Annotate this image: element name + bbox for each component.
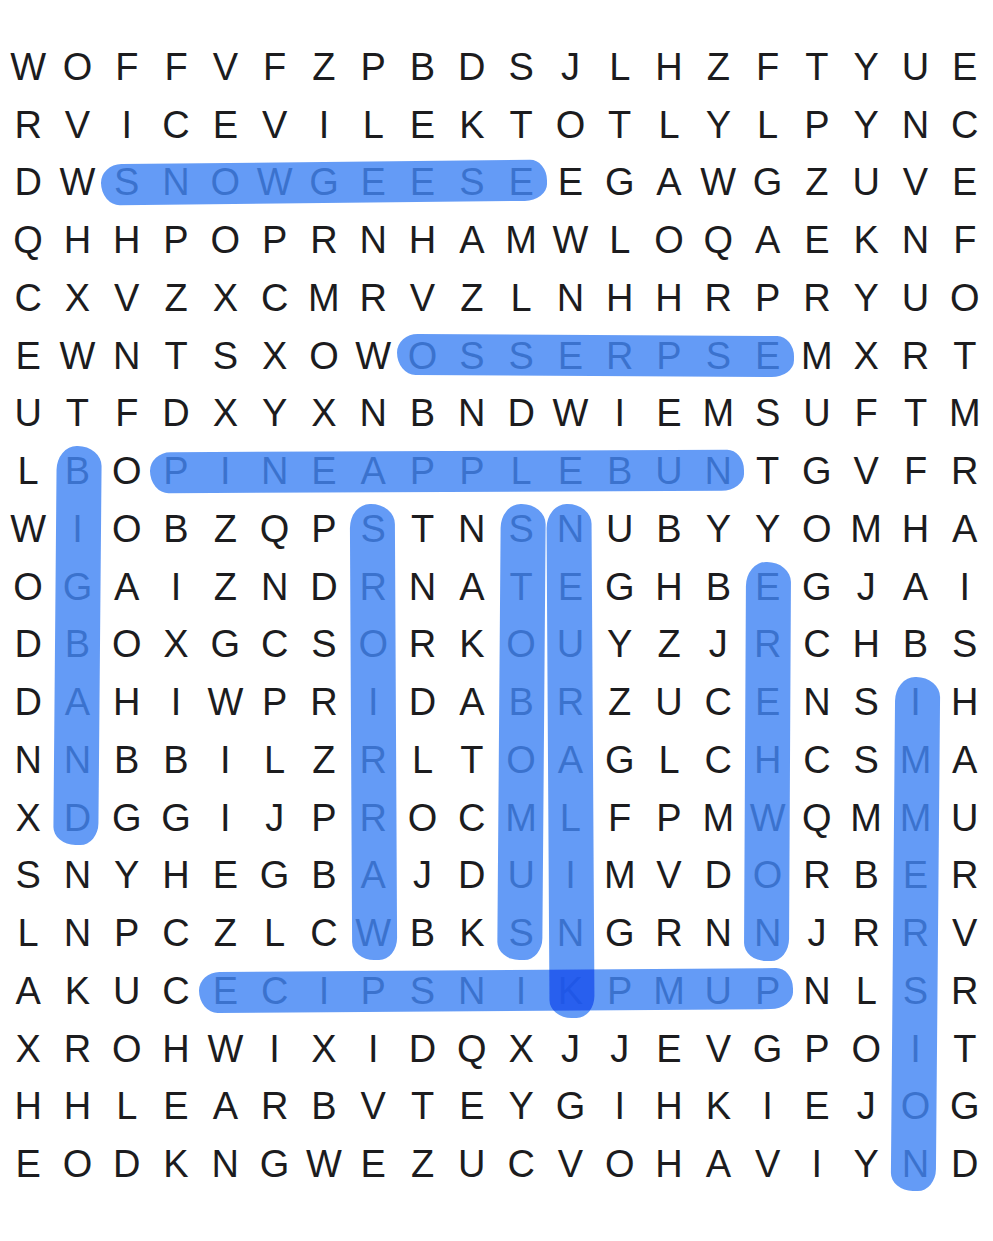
grid-cell[interactable]: V (694, 1020, 743, 1078)
grid-cell[interactable]: M (694, 385, 743, 443)
grid-cell[interactable]: E (743, 327, 792, 385)
grid-cell[interactable]: W (4, 38, 53, 96)
grid-cell[interactable]: S (447, 154, 496, 212)
grid-cell[interactable]: T (891, 385, 940, 443)
grid-cell[interactable]: J (546, 38, 595, 96)
grid-cell[interactable]: X (151, 616, 200, 674)
grid-cell[interactable]: K (546, 962, 595, 1020)
grid-cell[interactable]: B (299, 1078, 348, 1136)
grid-cell[interactable]: L (398, 731, 447, 789)
grid-cell[interactable]: E (644, 1020, 693, 1078)
grid-cell[interactable]: F (102, 38, 151, 96)
grid-cell[interactable]: L (349, 96, 398, 154)
grid-cell[interactable]: R (349, 558, 398, 616)
grid-cell[interactable]: P (151, 442, 200, 500)
grid-cell[interactable]: Y (694, 96, 743, 154)
grid-cell[interactable]: H (151, 847, 200, 905)
grid-cell[interactable]: O (940, 269, 989, 327)
grid-cell[interactable]: C (151, 904, 200, 962)
grid-cell[interactable]: P (102, 904, 151, 962)
grid-cell[interactable]: A (102, 558, 151, 616)
grid-cell[interactable]: L (4, 904, 53, 962)
grid-cell[interactable]: Z (644, 616, 693, 674)
grid-cell[interactable]: F (151, 38, 200, 96)
grid-cell[interactable]: I (102, 96, 151, 154)
grid-cell[interactable]: R (53, 1020, 102, 1078)
grid-cell[interactable]: L (250, 731, 299, 789)
grid-cell[interactable]: M (496, 211, 545, 269)
grid-cell[interactable]: T (447, 731, 496, 789)
grid-cell[interactable]: W (4, 500, 53, 558)
grid-cell[interactable]: G (743, 1020, 792, 1078)
grid-cell[interactable]: L (595, 211, 644, 269)
grid-cell[interactable]: K (447, 904, 496, 962)
grid-cell[interactable]: S (842, 673, 891, 731)
grid-cell[interactable]: V (349, 1078, 398, 1136)
grid-cell[interactable]: H (743, 731, 792, 789)
grid-cell[interactable]: D (4, 154, 53, 212)
grid-cell[interactable]: A (743, 211, 792, 269)
grid-cell[interactable]: D (53, 789, 102, 847)
grid-cell[interactable]: Y (102, 847, 151, 905)
grid-cell[interactable]: Y (842, 1135, 891, 1193)
grid-cell[interactable]: R (940, 442, 989, 500)
grid-cell[interactable]: O (644, 211, 693, 269)
grid-cell[interactable]: O (102, 616, 151, 674)
grid-cell[interactable]: W (546, 385, 595, 443)
grid-cell[interactable]: G (250, 1135, 299, 1193)
grid-cell[interactable]: F (940, 211, 989, 269)
grid-cell[interactable]: E (398, 96, 447, 154)
grid-cell[interactable]: A (349, 442, 398, 500)
grid-cell[interactable]: O (299, 327, 348, 385)
grid-cell[interactable]: E (891, 847, 940, 905)
grid-cell[interactable]: S (102, 154, 151, 212)
grid-cell[interactable]: X (4, 1020, 53, 1078)
grid-cell[interactable]: K (694, 1078, 743, 1136)
grid-cell[interactable]: S (299, 616, 348, 674)
grid-cell[interactable]: S (743, 385, 792, 443)
grid-cell[interactable]: L (842, 962, 891, 1020)
grid-cell[interactable]: Z (398, 1135, 447, 1193)
grid-cell[interactable]: P (250, 673, 299, 731)
grid-cell[interactable]: P (349, 38, 398, 96)
grid-cell[interactable]: R (644, 904, 693, 962)
grid-cell[interactable]: A (4, 962, 53, 1020)
grid-cell[interactable]: R (792, 269, 841, 327)
grid-cell[interactable]: L (496, 269, 545, 327)
grid-cell[interactable]: L (496, 442, 545, 500)
grid-cell[interactable]: E (201, 962, 250, 1020)
grid-cell[interactable]: K (151, 1135, 200, 1193)
grid-cell[interactable]: O (201, 154, 250, 212)
grid-cell[interactable]: N (53, 847, 102, 905)
grid-cell[interactable]: L (644, 731, 693, 789)
grid-cell[interactable]: R (398, 616, 447, 674)
grid-cell[interactable]: P (447, 442, 496, 500)
grid-cell[interactable]: O (102, 500, 151, 558)
grid-cell[interactable]: I (792, 1135, 841, 1193)
grid-cell[interactable]: A (644, 154, 693, 212)
grid-cell[interactable]: C (496, 1135, 545, 1193)
grid-cell[interactable]: N (250, 442, 299, 500)
grid-cell[interactable]: W (201, 673, 250, 731)
grid-cell[interactable]: X (201, 269, 250, 327)
grid-cell[interactable]: Z (792, 154, 841, 212)
grid-cell[interactable]: R (4, 96, 53, 154)
grid-cell[interactable]: A (447, 558, 496, 616)
grid-cell[interactable]: I (891, 1020, 940, 1078)
grid-cell[interactable]: B (398, 904, 447, 962)
grid-cell[interactable]: R (891, 904, 940, 962)
grid-cell[interactable]: W (53, 327, 102, 385)
grid-cell[interactable]: R (940, 847, 989, 905)
grid-cell[interactable]: C (694, 673, 743, 731)
grid-cell[interactable]: D (4, 616, 53, 674)
grid-cell[interactable]: Q (250, 500, 299, 558)
grid-cell[interactable]: W (250, 154, 299, 212)
grid-cell[interactable]: G (743, 154, 792, 212)
grid-cell[interactable]: F (842, 385, 891, 443)
grid-cell[interactable]: U (447, 1135, 496, 1193)
grid-cell[interactable]: J (842, 558, 891, 616)
grid-cell[interactable]: X (250, 327, 299, 385)
grid-cell[interactable]: C (250, 962, 299, 1020)
grid-cell[interactable]: O (102, 1020, 151, 1078)
grid-cell[interactable]: Y (842, 38, 891, 96)
grid-cell[interactable]: B (842, 847, 891, 905)
grid-cell[interactable]: Z (694, 38, 743, 96)
grid-cell[interactable]: I (595, 1078, 644, 1136)
grid-cell[interactable]: D (299, 558, 348, 616)
grid-cell[interactable]: E (546, 558, 595, 616)
grid-cell[interactable]: C (940, 96, 989, 154)
grid-cell[interactable]: R (694, 269, 743, 327)
grid-cell[interactable]: O (53, 38, 102, 96)
grid-cell[interactable]: O (842, 1020, 891, 1078)
grid-cell[interactable]: Q (694, 211, 743, 269)
grid-cell[interactable]: I (940, 558, 989, 616)
grid-cell[interactable]: S (496, 904, 545, 962)
grid-cell[interactable]: C (250, 616, 299, 674)
grid-cell[interactable]: B (151, 500, 200, 558)
grid-cell[interactable]: J (595, 1020, 644, 1078)
grid-cell[interactable]: H (102, 211, 151, 269)
grid-cell[interactable]: N (53, 904, 102, 962)
grid-cell[interactable]: I (299, 962, 348, 1020)
grid-cell[interactable]: E (743, 558, 792, 616)
grid-cell[interactable]: B (151, 731, 200, 789)
grid-cell[interactable]: V (53, 96, 102, 154)
grid-cell[interactable]: H (53, 1078, 102, 1136)
grid-cell[interactable]: W (349, 327, 398, 385)
grid-cell[interactable]: F (102, 385, 151, 443)
grid-cell[interactable]: E (447, 1078, 496, 1136)
grid-cell[interactable]: H (4, 1078, 53, 1136)
grid-cell[interactable]: A (546, 731, 595, 789)
grid-cell[interactable]: S (349, 500, 398, 558)
grid-cell[interactable]: G (595, 558, 644, 616)
grid-cell[interactable]: S (447, 327, 496, 385)
grid-cell[interactable]: C (151, 962, 200, 1020)
grid-cell[interactable]: K (447, 96, 496, 154)
grid-cell[interactable]: S (496, 500, 545, 558)
grid-cell[interactable]: W (349, 904, 398, 962)
grid-cell[interactable]: O (398, 789, 447, 847)
grid-cell[interactable]: A (447, 211, 496, 269)
grid-cell[interactable]: G (595, 731, 644, 789)
grid-cell[interactable]: Y (842, 269, 891, 327)
grid-cell[interactable]: G (299, 154, 348, 212)
grid-cell[interactable]: R (940, 962, 989, 1020)
grid-cell[interactable]: J (250, 789, 299, 847)
grid-cell[interactable]: S (496, 327, 545, 385)
grid-cell[interactable]: K (842, 211, 891, 269)
grid-cell[interactable]: U (891, 38, 940, 96)
grid-cell[interactable]: G (940, 1078, 989, 1136)
grid-cell[interactable]: V (644, 847, 693, 905)
grid-cell[interactable]: L (250, 904, 299, 962)
grid-cell[interactable]: C (792, 616, 841, 674)
grid-cell[interactable]: G (53, 558, 102, 616)
grid-cell[interactable]: H (644, 269, 693, 327)
grid-cell[interactable]: Y (595, 616, 644, 674)
grid-cell[interactable]: C (792, 731, 841, 789)
grid-cell[interactable]: W (299, 1135, 348, 1193)
grid-cell[interactable]: N (792, 962, 841, 1020)
grid-cell[interactable]: N (694, 904, 743, 962)
grid-cell[interactable]: N (891, 211, 940, 269)
grid-cell[interactable]: B (644, 500, 693, 558)
grid-cell[interactable]: Z (299, 731, 348, 789)
grid-cell[interactable]: I (299, 96, 348, 154)
grid-cell[interactable]: T (496, 96, 545, 154)
grid-cell[interactable]: F (595, 789, 644, 847)
grid-cell[interactable]: I (151, 558, 200, 616)
grid-cell[interactable]: W (53, 154, 102, 212)
grid-cell[interactable]: D (398, 1020, 447, 1078)
grid-cell[interactable]: B (398, 385, 447, 443)
grid-cell[interactable]: P (349, 962, 398, 1020)
grid-cell[interactable]: C (151, 96, 200, 154)
grid-cell[interactable]: A (940, 731, 989, 789)
grid-cell[interactable]: D (447, 38, 496, 96)
grid-cell[interactable]: O (4, 558, 53, 616)
grid-cell[interactable]: G (792, 442, 841, 500)
grid-cell[interactable]: L (743, 96, 792, 154)
grid-cell[interactable]: P (743, 962, 792, 1020)
grid-cell[interactable]: W (546, 211, 595, 269)
grid-cell[interactable]: J (546, 1020, 595, 1078)
grid-cell[interactable]: O (595, 1135, 644, 1193)
grid-cell[interactable]: N (447, 962, 496, 1020)
grid-cell[interactable]: Z (595, 673, 644, 731)
grid-cell[interactable]: E (546, 154, 595, 212)
grid-cell[interactable]: P (299, 500, 348, 558)
grid-cell[interactable]: Y (694, 500, 743, 558)
grid-cell[interactable]: E (151, 1078, 200, 1136)
grid-cell[interactable]: V (398, 269, 447, 327)
grid-cell[interactable]: T (940, 1020, 989, 1078)
grid-cell[interactable]: U (595, 500, 644, 558)
grid-cell[interactable]: A (201, 1078, 250, 1136)
grid-cell[interactable]: E (4, 1135, 53, 1193)
grid-cell[interactable]: N (743, 904, 792, 962)
grid-cell[interactable]: E (201, 96, 250, 154)
grid-cell[interactable]: H (595, 269, 644, 327)
grid-cell[interactable]: Y (842, 96, 891, 154)
grid-cell[interactable]: U (644, 442, 693, 500)
grid-cell[interactable]: I (496, 962, 545, 1020)
grid-cell[interactable]: R (891, 327, 940, 385)
grid-cell[interactable]: T (792, 38, 841, 96)
grid-cell[interactable]: N (891, 1135, 940, 1193)
grid-cell[interactable]: P (595, 962, 644, 1020)
grid-cell[interactable]: X (201, 385, 250, 443)
grid-cell[interactable]: B (53, 442, 102, 500)
grid-cell[interactable]: R (595, 327, 644, 385)
grid-cell[interactable]: I (201, 442, 250, 500)
grid-cell[interactable]: I (546, 847, 595, 905)
grid-cell[interactable]: I (891, 673, 940, 731)
grid-cell[interactable]: B (398, 38, 447, 96)
grid-cell[interactable]: E (940, 38, 989, 96)
grid-cell[interactable]: R (349, 269, 398, 327)
grid-cell[interactable]: B (891, 616, 940, 674)
grid-cell[interactable]: D (102, 1135, 151, 1193)
grid-cell[interactable]: P (151, 211, 200, 269)
grid-cell[interactable]: G (250, 847, 299, 905)
grid-cell[interactable]: E (940, 154, 989, 212)
grid-cell[interactable]: V (250, 96, 299, 154)
grid-cell[interactable]: X (842, 327, 891, 385)
grid-cell[interactable]: N (891, 96, 940, 154)
grid-cell[interactable]: A (447, 673, 496, 731)
grid-cell[interactable]: O (53, 1135, 102, 1193)
grid-cell[interactable]: O (496, 731, 545, 789)
grid-cell[interactable]: B (299, 847, 348, 905)
grid-cell[interactable]: C (250, 269, 299, 327)
grid-cell[interactable]: D (447, 847, 496, 905)
grid-cell[interactable]: H (151, 1020, 200, 1078)
grid-cell[interactable]: E (546, 327, 595, 385)
grid-cell[interactable]: L (102, 1078, 151, 1136)
grid-cell[interactable]: Z (201, 558, 250, 616)
grid-cell[interactable]: B (496, 673, 545, 731)
grid-cell[interactable]: P (792, 96, 841, 154)
grid-cell[interactable]: W (201, 1020, 250, 1078)
grid-cell[interactable]: J (398, 847, 447, 905)
grid-cell[interactable]: T (940, 327, 989, 385)
grid-cell[interactable]: K (447, 616, 496, 674)
grid-cell[interactable]: M (299, 269, 348, 327)
grid-cell[interactable]: H (891, 500, 940, 558)
grid-cell[interactable]: I (743, 1078, 792, 1136)
grid-cell[interactable]: U (891, 269, 940, 327)
grid-cell[interactable]: W (694, 154, 743, 212)
grid-cell[interactable]: E (644, 385, 693, 443)
grid-cell[interactable]: R (349, 789, 398, 847)
grid-cell[interactable]: V (102, 269, 151, 327)
grid-cell[interactable]: P (299, 789, 348, 847)
grid-cell[interactable]: Z (201, 500, 250, 558)
grid-cell[interactable]: N (349, 211, 398, 269)
grid-cell[interactable]: H (644, 38, 693, 96)
grid-cell[interactable]: M (842, 500, 891, 558)
grid-cell[interactable]: Q (792, 789, 841, 847)
grid-cell[interactable]: Y (496, 1078, 545, 1136)
grid-cell[interactable]: L (4, 442, 53, 500)
grid-cell[interactable]: S (940, 616, 989, 674)
grid-cell[interactable]: H (644, 1078, 693, 1136)
grid-cell[interactable]: M (644, 962, 693, 1020)
grid-cell[interactable]: M (842, 789, 891, 847)
grid-cell[interactable]: U (546, 616, 595, 674)
grid-cell[interactable]: F (250, 38, 299, 96)
grid-cell[interactable]: N (447, 500, 496, 558)
grid-cell[interactable]: R (546, 673, 595, 731)
grid-cell[interactable]: S (201, 327, 250, 385)
grid-cell[interactable]: D (694, 847, 743, 905)
grid-cell[interactable]: X (299, 1020, 348, 1078)
grid-cell[interactable]: E (743, 673, 792, 731)
grid-cell[interactable]: S (398, 962, 447, 1020)
grid-cell[interactable]: C (447, 789, 496, 847)
grid-cell[interactable]: A (891, 558, 940, 616)
grid-cell[interactable]: E (496, 154, 545, 212)
grid-cell[interactable]: M (891, 789, 940, 847)
grid-cell[interactable]: R (792, 847, 841, 905)
grid-cell[interactable]: T (151, 327, 200, 385)
grid-cell[interactable]: A (349, 847, 398, 905)
grid-cell[interactable]: S (891, 962, 940, 1020)
grid-cell[interactable]: G (792, 558, 841, 616)
grid-cell[interactable]: N (694, 442, 743, 500)
grid-cell[interactable]: F (743, 38, 792, 96)
grid-cell[interactable]: H (398, 211, 447, 269)
grid-cell[interactable]: J (792, 904, 841, 962)
grid-cell[interactable]: B (53, 616, 102, 674)
grid-cell[interactable]: N (546, 904, 595, 962)
grid-cell[interactable]: W (743, 789, 792, 847)
grid-cell[interactable]: O (496, 616, 545, 674)
grid-cell[interactable]: T (595, 96, 644, 154)
grid-cell[interactable]: B (694, 558, 743, 616)
grid-cell[interactable]: O (792, 500, 841, 558)
grid-cell[interactable]: E (4, 327, 53, 385)
grid-cell[interactable]: T (398, 500, 447, 558)
grid-cell[interactable]: U (496, 847, 545, 905)
grid-cell[interactable]: B (595, 442, 644, 500)
grid-cell[interactable]: U (694, 962, 743, 1020)
grid-cell[interactable]: X (299, 385, 348, 443)
grid-cell[interactable]: N (398, 558, 447, 616)
grid-cell[interactable]: G (595, 904, 644, 962)
grid-cell[interactable]: N (53, 731, 102, 789)
grid-cell[interactable]: I (595, 385, 644, 443)
grid-cell[interactable]: N (447, 385, 496, 443)
grid-cell[interactable]: I (53, 500, 102, 558)
grid-cell[interactable]: C (299, 904, 348, 962)
grid-cell[interactable]: O (349, 616, 398, 674)
grid-cell[interactable]: U (644, 673, 693, 731)
grid-cell[interactable]: Y (250, 385, 299, 443)
grid-cell[interactable]: H (644, 1135, 693, 1193)
grid-cell[interactable]: I (201, 789, 250, 847)
grid-cell[interactable]: V (842, 442, 891, 500)
grid-cell[interactable]: U (842, 154, 891, 212)
grid-cell[interactable]: P (398, 442, 447, 500)
